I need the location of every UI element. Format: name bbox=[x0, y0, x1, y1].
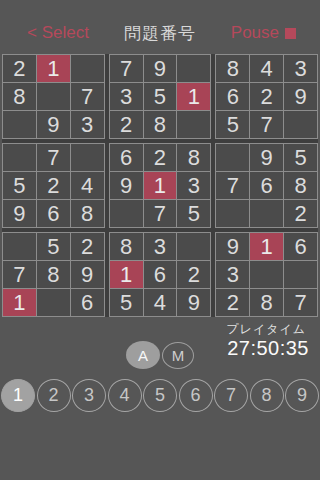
sudoku-cell-r1c4[interactable]: 7 bbox=[110, 55, 143, 82]
sudoku-cell-r7c4[interactable]: 8 bbox=[110, 233, 143, 260]
sudoku-cell-r2c1[interactable]: 8 bbox=[3, 83, 36, 110]
sudoku-app-screen: < Select 問題番号 Pouse 21879379351288436295… bbox=[0, 0, 320, 480]
sudoku-cell-r2c9[interactable]: 9 bbox=[284, 83, 317, 110]
sudoku-cell-r4c4[interactable]: 6 bbox=[110, 144, 143, 171]
sudoku-box-7: 5278916 bbox=[2, 232, 105, 317]
sudoku-cell-r6c9[interactable]: 2 bbox=[284, 200, 317, 227]
sudoku-cell-r3c5[interactable]: 8 bbox=[144, 111, 177, 138]
sudoku-cell-r1c7[interactable]: 8 bbox=[216, 55, 249, 82]
sudoku-cell-r7c2[interactable]: 5 bbox=[37, 233, 70, 260]
sudoku-cell-r5c5[interactable]: 1 bbox=[144, 172, 177, 199]
sudoku-cell-r3c6[interactable] bbox=[177, 111, 210, 138]
mode-button-m[interactable]: M bbox=[162, 342, 194, 369]
sudoku-cell-r4c1[interactable] bbox=[3, 144, 36, 171]
sudoku-cell-r5c7[interactable]: 7 bbox=[216, 172, 249, 199]
sudoku-cell-r1c5[interactable]: 9 bbox=[144, 55, 177, 82]
sudoku-cell-r1c2[interactable]: 1 bbox=[37, 55, 70, 82]
number-button-5[interactable]: 5 bbox=[143, 379, 177, 412]
sudoku-cell-r6c1[interactable]: 9 bbox=[3, 200, 36, 227]
sudoku-cell-r9c6[interactable]: 9 bbox=[177, 289, 210, 316]
playtime-label: プレイタイム bbox=[226, 321, 306, 338]
sudoku-cell-r9c1[interactable]: 1 bbox=[3, 289, 36, 316]
pause-button-label: Pouse bbox=[231, 23, 279, 43]
sudoku-cell-r7c8[interactable]: 1 bbox=[250, 233, 283, 260]
sudoku-cell-r5c4[interactable]: 9 bbox=[110, 172, 143, 199]
back-to-select-button[interactable]: < Select bbox=[27, 23, 89, 43]
sudoku-box-6: 957682 bbox=[215, 143, 318, 228]
sudoku-box-5: 62891375 bbox=[109, 143, 212, 228]
sudoku-cell-r8c8[interactable] bbox=[250, 261, 283, 288]
sudoku-cell-r4c7[interactable] bbox=[216, 144, 249, 171]
sudoku-cell-r4c8[interactable]: 9 bbox=[250, 144, 283, 171]
number-button-2[interactable]: 2 bbox=[37, 379, 71, 412]
number-button-8[interactable]: 8 bbox=[250, 379, 284, 412]
sudoku-cell-r2c5[interactable]: 5 bbox=[144, 83, 177, 110]
number-button-9[interactable]: 9 bbox=[285, 379, 319, 412]
sudoku-cell-r4c2[interactable]: 7 bbox=[37, 144, 70, 171]
sudoku-cell-r3c4[interactable]: 2 bbox=[110, 111, 143, 138]
sudoku-cell-r5c2[interactable]: 2 bbox=[37, 172, 70, 199]
sudoku-cell-r2c7[interactable]: 6 bbox=[216, 83, 249, 110]
sudoku-cell-r9c3[interactable]: 6 bbox=[71, 289, 104, 316]
sudoku-cell-r8c2[interactable]: 8 bbox=[37, 261, 70, 288]
sudoku-cell-r2c4[interactable]: 3 bbox=[110, 83, 143, 110]
page-title: 問題番号 bbox=[124, 22, 196, 45]
sudoku-cell-r4c3[interactable] bbox=[71, 144, 104, 171]
number-button-7[interactable]: 7 bbox=[214, 379, 248, 412]
sudoku-cell-r9c2[interactable] bbox=[37, 289, 70, 316]
sudoku-cell-r7c5[interactable]: 3 bbox=[144, 233, 177, 260]
sudoku-cell-r2c6[interactable]: 1 bbox=[177, 83, 210, 110]
sudoku-cell-r6c4[interactable] bbox=[110, 200, 143, 227]
number-button-row: 123456789 bbox=[0, 379, 320, 412]
sudoku-cell-r6c8[interactable] bbox=[250, 200, 283, 227]
sudoku-cell-r2c8[interactable]: 2 bbox=[250, 83, 283, 110]
sudoku-cell-r6c7[interactable] bbox=[216, 200, 249, 227]
sudoku-cell-r5c8[interactable]: 6 bbox=[250, 172, 283, 199]
sudoku-cell-r6c3[interactable]: 8 bbox=[71, 200, 104, 227]
sudoku-cell-r7c3[interactable]: 2 bbox=[71, 233, 104, 260]
sudoku-cell-r7c7[interactable]: 9 bbox=[216, 233, 249, 260]
sudoku-cell-r4c6[interactable]: 8 bbox=[177, 144, 210, 171]
number-button-4[interactable]: 4 bbox=[108, 379, 142, 412]
sudoku-cell-r9c8[interactable]: 8 bbox=[250, 289, 283, 316]
sudoku-cell-r6c2[interactable]: 6 bbox=[37, 200, 70, 227]
sudoku-cell-r4c5[interactable]: 2 bbox=[144, 144, 177, 171]
sudoku-cell-r5c9[interactable]: 8 bbox=[284, 172, 317, 199]
top-bar: < Select 問題番号 Pouse bbox=[0, 22, 320, 44]
sudoku-cell-r3c8[interactable]: 7 bbox=[250, 111, 283, 138]
sudoku-cell-r3c3[interactable]: 3 bbox=[71, 111, 104, 138]
sudoku-cell-r3c9[interactable] bbox=[284, 111, 317, 138]
sudoku-cell-r2c2[interactable] bbox=[37, 83, 70, 110]
sudoku-box-8: 83162549 bbox=[109, 232, 212, 317]
sudoku-box-3: 84362957 bbox=[215, 54, 318, 139]
sudoku-cell-r5c1[interactable]: 5 bbox=[3, 172, 36, 199]
sudoku-cell-r5c6[interactable]: 3 bbox=[177, 172, 210, 199]
sudoku-cell-r1c6[interactable] bbox=[177, 55, 210, 82]
mode-button-row: AM bbox=[0, 341, 320, 369]
stop-square-icon bbox=[285, 28, 296, 39]
sudoku-box-2: 7935128 bbox=[109, 54, 212, 139]
sudoku-cell-r3c2[interactable]: 9 bbox=[37, 111, 70, 138]
sudoku-cell-r9c5[interactable]: 4 bbox=[144, 289, 177, 316]
sudoku-cell-r1c9[interactable]: 3 bbox=[284, 55, 317, 82]
number-button-1[interactable]: 1 bbox=[1, 379, 35, 412]
sudoku-cell-r3c7[interactable]: 5 bbox=[216, 111, 249, 138]
sudoku-cell-r7c1[interactable] bbox=[3, 233, 36, 260]
sudoku-cell-r4c9[interactable]: 5 bbox=[284, 144, 317, 171]
sudoku-cell-r8c7[interactable]: 3 bbox=[216, 261, 249, 288]
sudoku-cell-r3c1[interactable] bbox=[3, 111, 36, 138]
pause-button[interactable]: Pouse bbox=[231, 23, 296, 43]
sudoku-cell-r1c8[interactable]: 4 bbox=[250, 55, 283, 82]
sudoku-box-4: 7524968 bbox=[2, 143, 105, 228]
sudoku-cell-r6c5[interactable]: 7 bbox=[144, 200, 177, 227]
sudoku-box-9: 9163287 bbox=[215, 232, 318, 317]
sudoku-cell-r6c6[interactable]: 5 bbox=[177, 200, 210, 227]
sudoku-box-1: 218793 bbox=[2, 54, 105, 139]
sudoku-cell-r5c3[interactable]: 4 bbox=[71, 172, 104, 199]
sudoku-cell-r1c3[interactable] bbox=[71, 55, 104, 82]
number-button-6[interactable]: 6 bbox=[179, 379, 213, 412]
sudoku-cell-r8c4[interactable]: 1 bbox=[110, 261, 143, 288]
sudoku-cell-r8c3[interactable]: 9 bbox=[71, 261, 104, 288]
sudoku-cell-r7c6[interactable] bbox=[177, 233, 210, 260]
sudoku-cell-r1c1[interactable]: 2 bbox=[3, 55, 36, 82]
number-button-3[interactable]: 3 bbox=[72, 379, 106, 412]
sudoku-cell-r9c9[interactable]: 7 bbox=[284, 289, 317, 316]
sudoku-cell-r8c6[interactable]: 2 bbox=[177, 261, 210, 288]
sudoku-cell-r8c5[interactable]: 6 bbox=[144, 261, 177, 288]
sudoku-cell-r7c9[interactable]: 6 bbox=[284, 233, 317, 260]
sudoku-cell-r9c4[interactable]: 5 bbox=[110, 289, 143, 316]
sudoku-cell-r9c7[interactable]: 2 bbox=[216, 289, 249, 316]
sudoku-cell-r8c9[interactable] bbox=[284, 261, 317, 288]
sudoku-cell-r8c1[interactable]: 7 bbox=[3, 261, 36, 288]
sudoku-cell-r2c3[interactable]: 7 bbox=[71, 83, 104, 110]
sudoku-board: 2187937935128843629577524968628913759576… bbox=[2, 54, 318, 317]
mode-button-a[interactable]: A bbox=[126, 341, 160, 369]
